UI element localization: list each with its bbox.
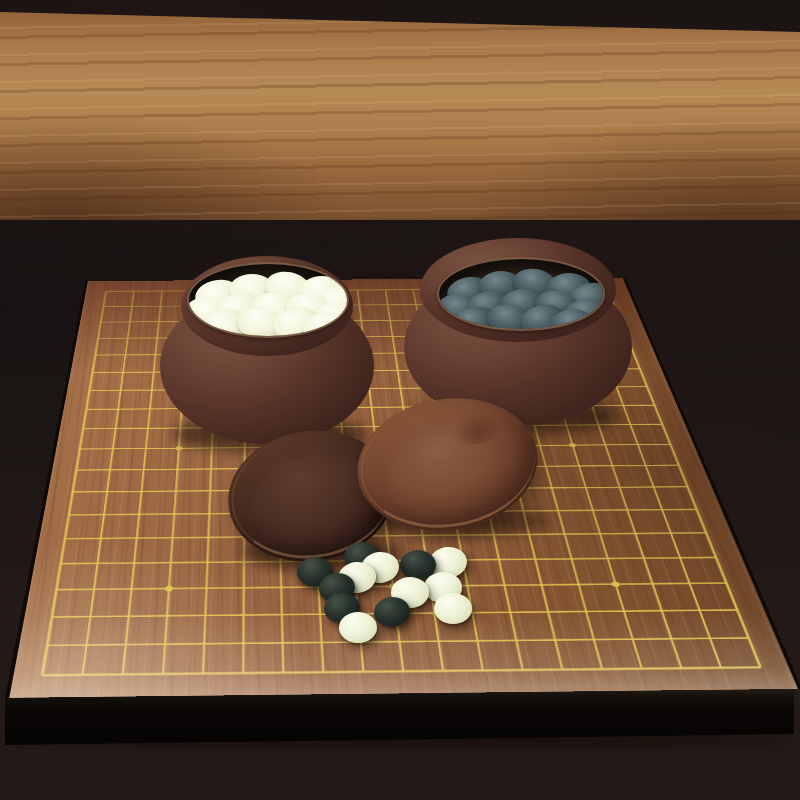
loose-stones-group [0, 0, 800, 800]
go-set-photo [0, 0, 800, 800]
loose-stone-white [339, 612, 377, 643]
loose-stone-white [434, 593, 472, 624]
